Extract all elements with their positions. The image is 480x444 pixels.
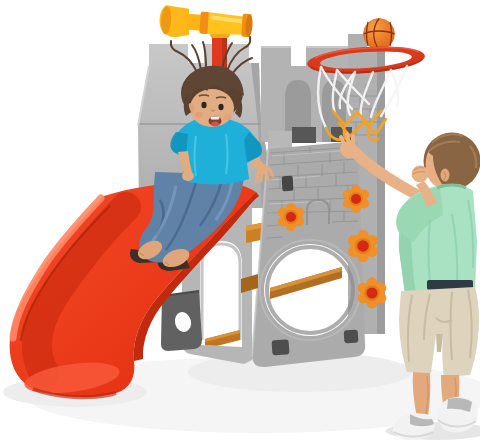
basketball: [364, 19, 395, 50]
toddler-eye-right: [218, 104, 223, 110]
toddler-tongue: [211, 122, 219, 127]
toddler-teeth: [211, 117, 220, 120]
side-arch-rim: [202, 244, 240, 340]
slide-support: [161, 291, 202, 351]
telescope-body: [158, 5, 253, 43]
wall-foot-right: [344, 330, 359, 344]
product-photo-toddler-climber: [0, 0, 480, 444]
toddler-eye-left: [201, 102, 206, 108]
crenel-gap-left: [292, 127, 316, 143]
boy-shorts-crotch-shadow: [436, 334, 443, 352]
toddler-cheek-left: [195, 112, 203, 118]
toddler-left-hand: [182, 171, 194, 181]
ladder-rung-in-porthole: [270, 267, 342, 299]
wall-foot-left: [272, 339, 290, 355]
rear-merlon: [268, 131, 292, 149]
toddler-cheek-right: [224, 114, 232, 120]
wall-slot: [282, 176, 294, 192]
